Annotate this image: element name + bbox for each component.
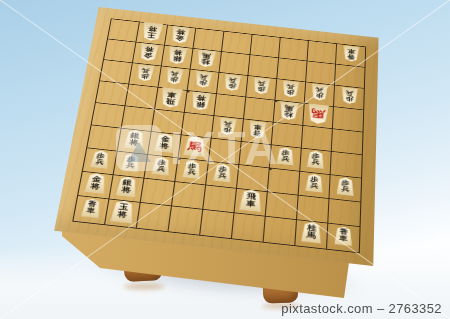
board-cell-r4c6	[244, 97, 275, 122]
shogi-piece-gold-gote: 金将	[170, 26, 190, 44]
shogi-piece-silver-gote: 銀将	[167, 46, 188, 65]
board-cell-r8c8	[297, 196, 329, 224]
board-cell-r9c8: 桂馬	[295, 220, 328, 249]
shogi-piece-lance-sente: 香車	[81, 198, 102, 218]
board-cell-r9c1: 香車	[73, 196, 109, 224]
shogi-piece-pawn-gote: 歩兵	[253, 77, 271, 94]
shogi-piece-rook-sente: 飛車	[239, 188, 263, 212]
photo-scene: 王将金将香車金将銀将桂馬歩兵歩兵歩兵歩兵歩兵歩兵歩兵歩兵飛車銀将桂馬馬歩兵香車銀…	[0, 0, 450, 319]
shogi-piece-pawn-gote: 歩兵	[282, 80, 300, 98]
board-cell-r4c3: 飛車	[155, 88, 188, 113]
shogi-piece-pawn-gote: 歩兵	[194, 71, 212, 88]
shogi-piece-pawn-gote: 歩兵	[165, 68, 184, 85]
board-cell-r9c9: 香車	[327, 224, 359, 253]
shogi-piece-rook-gote: 飛車	[160, 87, 183, 108]
board-cell-r8c7	[266, 192, 299, 220]
board-cell-r8c1: 金将	[78, 172, 113, 200]
shogi-piece-pawn-gote: 歩兵	[136, 65, 155, 82]
shogi-piece-gold-sente: 金将	[84, 172, 107, 193]
shogi-piece-lance-gote: 香車	[342, 45, 359, 62]
board-cell-r9c4	[169, 206, 204, 235]
shogi-piece-pawn-sente: 歩兵	[90, 150, 110, 169]
board-cell-r8c4	[172, 182, 206, 210]
board-cell-r7c1: 歩兵	[83, 148, 118, 175]
board-cell-r8c2: 銀将	[109, 175, 144, 203]
board-cell-r4c1	[96, 81, 129, 106]
board-cell-r4c4: 銀将	[185, 91, 217, 116]
board-cell-r8c3	[141, 179, 176, 207]
board-cell-r9c5	[200, 210, 234, 239]
leg-reflection-left	[124, 283, 164, 290]
shogi-piece-king-gote: 王将	[141, 22, 164, 42]
board-cell-r9c7	[264, 217, 297, 246]
credit-text: pixtastock.com – 2763352	[281, 301, 442, 316]
pixta-watermark: IXTA	[116, 121, 346, 175]
board-cell-r7c9: 歩兵	[329, 175, 361, 202]
board-cell-r8c6: 飛車	[234, 189, 267, 217]
pixta-brand-text: IXTA	[170, 121, 279, 175]
board-cell-r8c9	[328, 199, 360, 227]
shogi-piece-knight-gote: 桂馬	[196, 49, 216, 68]
board-cell-r7c8: 歩兵	[299, 172, 331, 199]
shogi-piece-pawn-sente: 歩兵	[305, 173, 323, 192]
pixta-logo-icon	[116, 125, 162, 171]
shogi-piece-king-sente: 玉将	[110, 199, 136, 223]
shogi-piece-pawn-sente: 歩兵	[336, 177, 354, 196]
board-cell-r9c6	[232, 213, 266, 242]
shogi-piece-silver-sente: 銀将	[115, 176, 138, 198]
shogi-piece-pawn-gote: 歩兵	[341, 87, 358, 105]
shogi-piece-gold-gote: 金将	[138, 43, 159, 62]
board-cell-r4c2	[125, 84, 158, 109]
board-cell-r8c5	[203, 185, 237, 213]
board-cell-r4c5	[214, 94, 246, 119]
shogi-piece-silver-gote: 銀将	[190, 91, 211, 111]
shogi-piece-pawn-gote: 歩兵	[223, 74, 241, 91]
